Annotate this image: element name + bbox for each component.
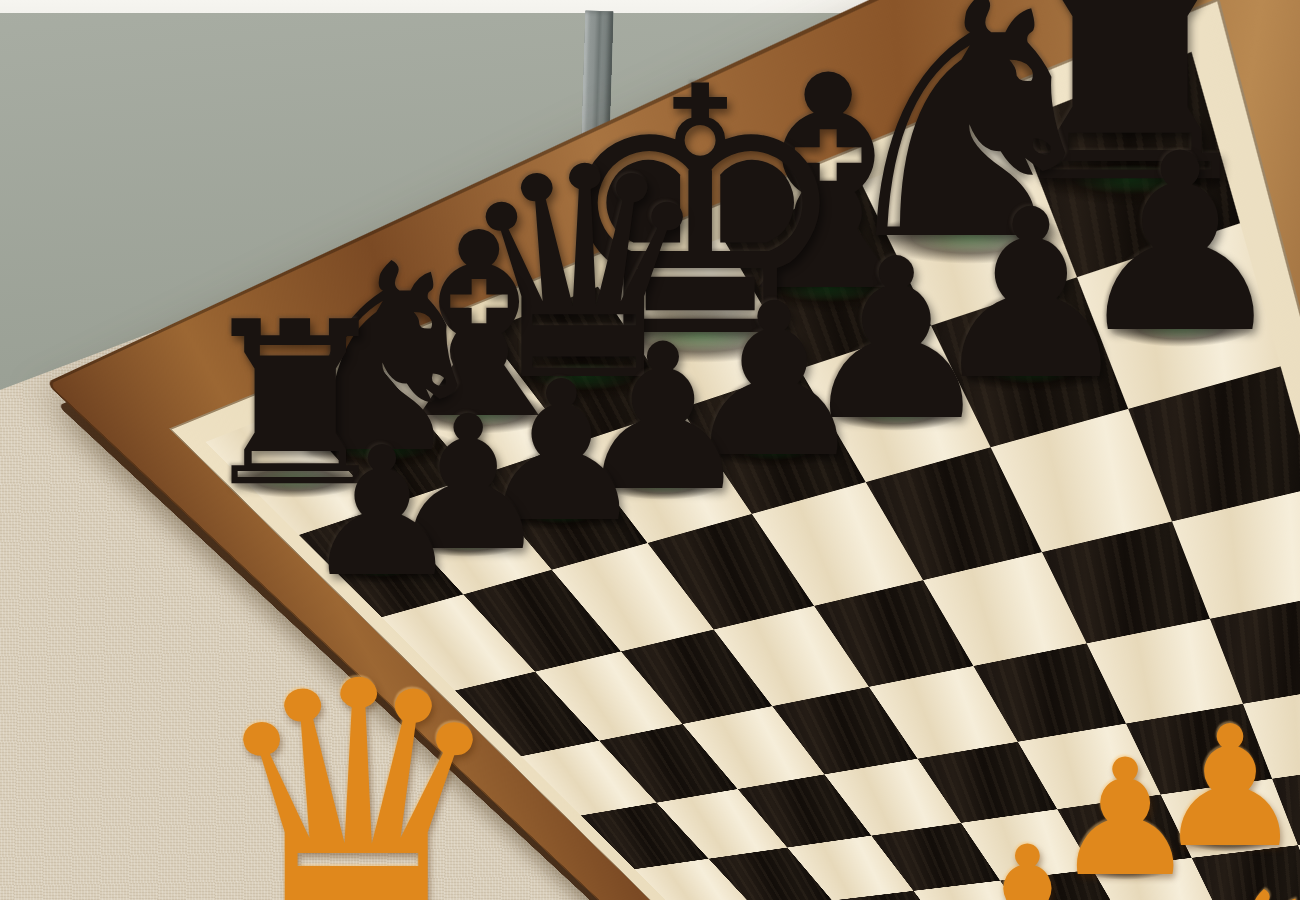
photo-scene: ♜♞♝♛♚♝♞♜♟♟♟♟♟♟♟♟♟♟♟♞♛ (0, 0, 1300, 900)
